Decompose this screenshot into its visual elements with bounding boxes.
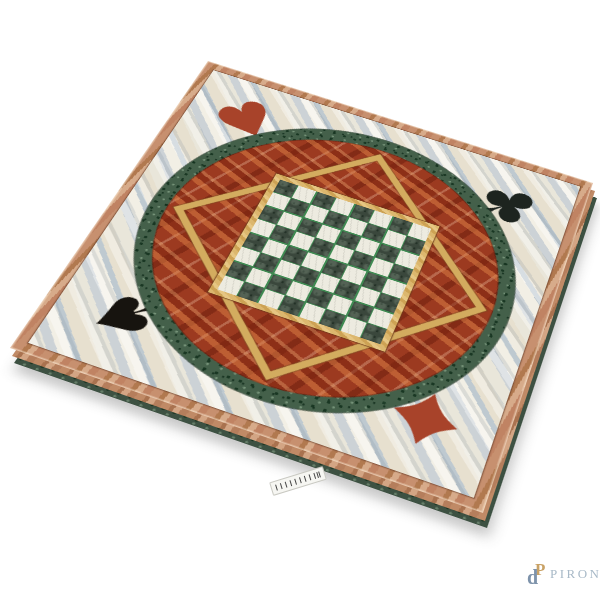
barcode-sticker xyxy=(269,466,327,496)
photo-stage: ♥ ♣ ♠ P d PIRONE xyxy=(0,0,600,600)
logo-letter-d: d xyxy=(527,566,538,589)
barcode-lines xyxy=(275,471,321,490)
games-table-top: ♥ ♣ ♠ xyxy=(10,61,593,513)
watermark-text: PIRONE xyxy=(550,566,600,582)
pirone-logo-icon: P d xyxy=(526,560,548,588)
watermark: P d PIRONE xyxy=(526,560,600,588)
